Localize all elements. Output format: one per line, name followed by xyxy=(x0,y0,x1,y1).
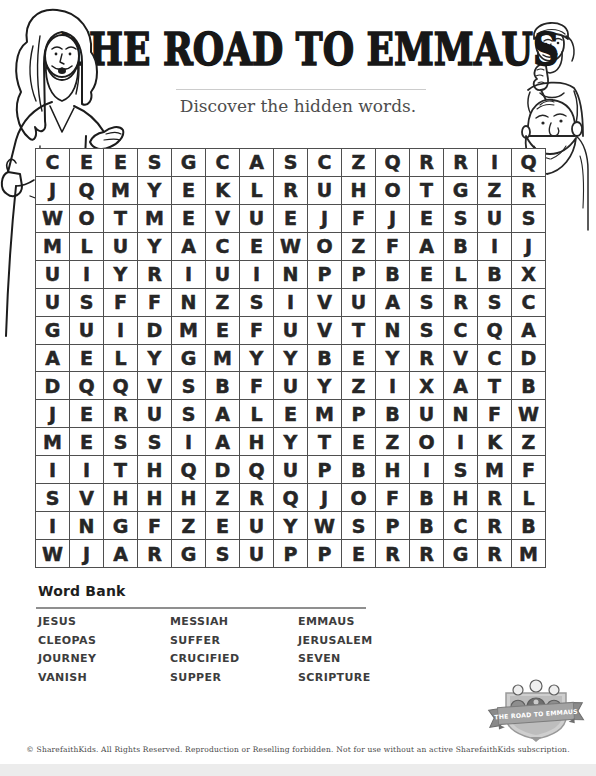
grid-cell[interactable]: U xyxy=(274,456,307,483)
subtitle-divider xyxy=(176,89,426,90)
grid-cell[interactable]: E xyxy=(274,400,307,427)
grid-cell[interactable]: U xyxy=(274,317,307,344)
grid-cell[interactable]: E xyxy=(70,428,103,455)
grid-cell[interactable]: R xyxy=(104,400,137,427)
grid-cell[interactable]: P xyxy=(342,261,375,288)
grid-cell[interactable]: L xyxy=(512,484,545,511)
grid-cell[interactable]: U xyxy=(410,400,443,427)
word-bank-item: EMMAUS xyxy=(298,616,373,629)
word-bank-item: SUFFER xyxy=(170,635,298,648)
grid-cell[interactable]: S xyxy=(512,205,545,232)
word-bank-item: JESUS xyxy=(38,616,170,629)
grid-cell[interactable]: F xyxy=(376,233,409,260)
word-bank-item: JOURNEY xyxy=(38,653,170,666)
grid-cell[interactable]: E xyxy=(240,233,273,260)
grid-cell[interactable]: R xyxy=(376,540,409,567)
grid-cell[interactable]: V xyxy=(308,289,341,316)
grid-cell[interactable]: I xyxy=(172,428,205,455)
jesus-left-hand xyxy=(2,172,22,196)
grid-cell[interactable]: Q xyxy=(376,149,409,176)
grid-cell[interactable]: H xyxy=(240,428,273,455)
grid-cell[interactable]: M xyxy=(206,345,239,372)
grid-cell[interactable]: Q xyxy=(70,177,103,204)
grid-cell[interactable]: W xyxy=(36,540,69,567)
grid-cell[interactable]: B xyxy=(206,372,239,399)
grid-cell[interactable]: B xyxy=(512,512,545,539)
grid-cell[interactable]: E xyxy=(172,205,205,232)
grid-cell[interactable]: C xyxy=(444,317,477,344)
grid-cell[interactable]: W xyxy=(36,205,69,232)
grid-cell[interactable]: V xyxy=(206,205,239,232)
worksheet-page: THE ROAD TO EMMAUS Discover the hidden w… xyxy=(0,0,596,776)
grid-cell[interactable]: R xyxy=(138,261,171,288)
grid-cell[interactable]: L xyxy=(240,400,273,427)
grid-cell[interactable]: E xyxy=(206,512,239,539)
grid-cell[interactable]: C xyxy=(36,149,69,176)
jesus-right-hand xyxy=(90,127,123,149)
grid-cell[interactable]: Z xyxy=(512,428,545,455)
grid-cell[interactable]: S xyxy=(138,149,171,176)
grid-cell[interactable]: Y xyxy=(104,261,137,288)
grid-cell[interactable]: B xyxy=(376,400,409,427)
grid-cell[interactable]: Z xyxy=(376,428,409,455)
grid-cell[interactable]: W xyxy=(274,233,307,260)
grid-cell[interactable]: L xyxy=(240,177,273,204)
grid-cell[interactable]: Q xyxy=(104,372,137,399)
grid-cell[interactable]: S xyxy=(70,289,103,316)
grid-cell[interactable]: J xyxy=(512,233,545,260)
grid-cell[interactable]: F xyxy=(240,372,273,399)
grid-cell[interactable]: U xyxy=(342,289,375,316)
grid-cell[interactable]: J xyxy=(308,205,341,232)
grid-cell[interactable]: A xyxy=(36,345,69,372)
grid-cell[interactable]: A xyxy=(206,428,239,455)
grid-cell[interactable]: D xyxy=(512,345,545,372)
grid-cell[interactable]: E xyxy=(342,428,375,455)
grid-cell[interactable]: U xyxy=(240,512,273,539)
grid-cell[interactable]: I xyxy=(376,372,409,399)
grid-cell[interactable]: B xyxy=(376,261,409,288)
grid-cell[interactable]: Q xyxy=(172,456,205,483)
grid-cell[interactable]: F xyxy=(376,484,409,511)
grid-cell[interactable]: S xyxy=(172,372,205,399)
grid-cell[interactable]: O xyxy=(410,428,443,455)
grid-cell[interactable]: P xyxy=(308,540,341,567)
grid-cell[interactable]: J xyxy=(70,540,103,567)
grid-cell[interactable]: P xyxy=(308,456,341,483)
grid-cell[interactable]: C xyxy=(478,345,511,372)
grid-cell[interactable]: S xyxy=(478,289,511,316)
grid-cell[interactable]: U xyxy=(478,205,511,232)
grid-cell[interactable]: A xyxy=(206,400,239,427)
word-bank-item: SCRIPTURE xyxy=(298,672,373,685)
grid-cell[interactable]: U xyxy=(70,317,103,344)
word-bank-item: JERUSALEM xyxy=(298,635,373,648)
grid-cell[interactable]: A xyxy=(376,289,409,316)
word-bank-column: MESSIAHSUFFERCRUCIFIEDSUPPER xyxy=(170,616,298,684)
grid-cell[interactable]: R xyxy=(478,540,511,567)
grid-cell[interactable]: Z xyxy=(172,512,205,539)
grid-cell[interactable]: U xyxy=(104,233,137,260)
grid-cell[interactable]: U xyxy=(206,261,239,288)
grid-cell[interactable]: J xyxy=(36,400,69,427)
word-bank-item: SEVEN xyxy=(298,653,373,666)
grid-cell[interactable]: E xyxy=(410,205,443,232)
grid-cell[interactable]: G xyxy=(444,540,477,567)
grid-cell[interactable]: G xyxy=(172,345,205,372)
grid-cell[interactable]: S xyxy=(36,484,69,511)
grid-cell[interactable]: S xyxy=(240,289,273,316)
grid-cell[interactable]: H xyxy=(444,484,477,511)
grid-cell[interactable]: Y xyxy=(308,372,341,399)
grid-cell[interactable]: O xyxy=(376,177,409,204)
grid-cell[interactable]: B xyxy=(410,484,443,511)
grid-cell[interactable]: R xyxy=(444,149,477,176)
grid-cell[interactable]: Y xyxy=(376,345,409,372)
sharefaith-badge: THE ROAD TO EMMAUS xyxy=(486,677,588,745)
grid-cell[interactable]: Y xyxy=(138,233,171,260)
grid-cell[interactable]: T xyxy=(410,177,443,204)
word-bank-item: CRUCIFIED xyxy=(170,653,298,666)
grid-cell[interactable]: K xyxy=(206,177,239,204)
grid-cell[interactable]: R xyxy=(478,512,511,539)
grid-cell[interactable]: E xyxy=(70,149,103,176)
grid-cell[interactable]: Y xyxy=(274,345,307,372)
grid-cell[interactable]: E xyxy=(104,149,137,176)
grid-cell[interactable]: O xyxy=(308,233,341,260)
grid-cell[interactable]: N xyxy=(444,400,477,427)
grid-cell[interactable]: S xyxy=(206,540,239,567)
grid-cell[interactable]: J xyxy=(376,205,409,232)
grid-cell[interactable]: V xyxy=(308,317,341,344)
footer-band xyxy=(0,764,596,776)
grid-cell[interactable]: F xyxy=(138,289,171,316)
grid-cell[interactable]: I xyxy=(444,428,477,455)
grid-cell[interactable]: I xyxy=(36,512,69,539)
grid-cell[interactable]: D xyxy=(206,456,239,483)
grid-cell[interactable]: H xyxy=(138,484,171,511)
grid-cell[interactable]: C xyxy=(444,512,477,539)
grid-cell[interactable]: T xyxy=(478,372,511,399)
grid-cell[interactable]: A xyxy=(104,540,137,567)
grid-cell[interactable]: R xyxy=(512,177,545,204)
grid-cell[interactable]: T xyxy=(104,205,137,232)
grid-cell[interactable]: M xyxy=(308,400,341,427)
grid-cell[interactable]: S xyxy=(410,289,443,316)
grid-cell[interactable]: E xyxy=(274,205,307,232)
grid-cell[interactable]: L xyxy=(70,233,103,260)
grid-cell[interactable]: I xyxy=(36,456,69,483)
grid-cell[interactable]: U xyxy=(240,205,273,232)
grid-cell[interactable]: G xyxy=(172,540,205,567)
grid-cell[interactable]: Q xyxy=(478,317,511,344)
grid-cell[interactable]: L xyxy=(104,345,137,372)
grid-cell[interactable]: N xyxy=(172,289,205,316)
grid-cell[interactable]: G xyxy=(36,317,69,344)
grid-cell[interactable]: R xyxy=(478,484,511,511)
word-bank-list: JESUSCLEOPASJOURNEYVANISHMESSIAHSUFFERCR… xyxy=(38,616,373,684)
grid-cell[interactable]: V xyxy=(444,345,477,372)
grid-cell[interactable]: X xyxy=(410,372,443,399)
grid-cell[interactable]: G xyxy=(444,177,477,204)
grid-cell[interactable]: S xyxy=(138,428,171,455)
grid-cell[interactable]: H xyxy=(138,456,171,483)
grid-cell[interactable]: L xyxy=(444,261,477,288)
grid-cell[interactable]: B xyxy=(478,261,511,288)
grid-cell[interactable]: Z xyxy=(206,484,239,511)
grid-cell[interactable]: R xyxy=(240,484,273,511)
grid-cell[interactable]: M xyxy=(36,428,69,455)
grid-cell[interactable]: B xyxy=(512,372,545,399)
grid-cell[interactable]: I xyxy=(172,261,205,288)
grid-cell[interactable]: M xyxy=(478,456,511,483)
grid-cell[interactable]: F xyxy=(240,317,273,344)
grid-cell[interactable]: M xyxy=(512,540,545,567)
grid-cell[interactable]: S xyxy=(410,317,443,344)
grid-cell[interactable]: Z xyxy=(342,149,375,176)
grid-cell[interactable]: E xyxy=(70,345,103,372)
grid-cell[interactable]: C xyxy=(206,149,239,176)
grid-cell[interactable]: R xyxy=(410,149,443,176)
word-bank-column: EMMAUSJERUSALEMSEVENSCRIPTURE xyxy=(298,616,373,684)
grid-cell[interactable]: J xyxy=(36,177,69,204)
grid-cell[interactable]: H xyxy=(104,484,137,511)
grid-cell[interactable]: S xyxy=(444,205,477,232)
grid-cell[interactable]: E xyxy=(342,540,375,567)
grid-cell[interactable]: B xyxy=(444,233,477,260)
grid-cell[interactable]: O xyxy=(70,205,103,232)
grid-cell[interactable]: Z xyxy=(206,289,239,316)
grid-cell[interactable]: Z xyxy=(478,177,511,204)
grid-cell[interactable]: I xyxy=(70,456,103,483)
grid-cell[interactable]: C xyxy=(512,289,545,316)
grid-cell[interactable]: E xyxy=(410,261,443,288)
grid-cell[interactable]: Y xyxy=(274,512,307,539)
grid-cell[interactable]: P xyxy=(376,512,409,539)
word-bank-divider xyxy=(36,607,366,609)
grid-cell[interactable]: N xyxy=(274,261,307,288)
grid-cell[interactable]: I xyxy=(104,317,137,344)
grid-cell[interactable]: S xyxy=(444,456,477,483)
grid-cell[interactable]: S xyxy=(104,428,137,455)
word-bank-item: MESSIAH xyxy=(170,616,298,629)
grid-cell[interactable]: T xyxy=(342,317,375,344)
grid-cell[interactable]: I xyxy=(410,456,443,483)
grid-cell[interactable]: P xyxy=(274,540,307,567)
grid-cell[interactable]: F xyxy=(138,512,171,539)
grid-cell[interactable]: I xyxy=(274,289,307,316)
grid-cell[interactable]: Q xyxy=(274,484,307,511)
grid-cell[interactable]: W xyxy=(308,512,341,539)
grid-cell[interactable]: S xyxy=(342,512,375,539)
grid-cell[interactable]: R xyxy=(138,540,171,567)
grid-cell[interactable]: A xyxy=(512,317,545,344)
grid-cell[interactable]: R xyxy=(410,540,443,567)
grid-cell[interactable]: M xyxy=(138,205,171,232)
grid-cell[interactable]: F xyxy=(104,289,137,316)
grid-cell[interactable]: M xyxy=(36,233,69,260)
grid-cell[interactable]: N xyxy=(70,512,103,539)
grid-cell[interactable]: V xyxy=(138,372,171,399)
grid-cell[interactable]: U xyxy=(308,177,341,204)
footer-text: © SharefaithKids. All Rights Reserved. R… xyxy=(0,745,596,754)
word-bank-column: JESUSCLEOPASJOURNEYVANISH xyxy=(38,616,170,684)
grid-cell[interactable]: H xyxy=(172,484,205,511)
word-bank-item: CLEOPAS xyxy=(38,635,170,648)
grid-cell[interactable]: R xyxy=(410,345,443,372)
grid-cell[interactable]: Z xyxy=(342,372,375,399)
grid-cell[interactable]: Y xyxy=(138,177,171,204)
grid-cell[interactable]: M xyxy=(172,317,205,344)
word-search-grid: CEESGCASCZQRRIQJQMYEKLRUHOTGZRWOTMEVUEJF… xyxy=(35,148,546,568)
grid-cell[interactable]: Y xyxy=(138,345,171,372)
grid-cell[interactable]: E xyxy=(206,317,239,344)
grid-cell[interactable]: Z xyxy=(342,233,375,260)
grid-cell[interactable]: U xyxy=(138,400,171,427)
grid-cell[interactable]: O xyxy=(342,484,375,511)
grid-cell[interactable]: X xyxy=(512,261,545,288)
grid-cell[interactable]: F xyxy=(342,205,375,232)
grid-cell[interactable]: U xyxy=(240,540,273,567)
grid-cell[interactable]: S xyxy=(274,149,307,176)
grid-cell[interactable]: S xyxy=(172,400,205,427)
word-bank-item: VANISH xyxy=(38,672,170,685)
grid-cell[interactable]: R xyxy=(444,289,477,316)
grid-cell[interactable]: A xyxy=(444,372,477,399)
grid-cell[interactable]: W xyxy=(512,400,545,427)
grid-cell[interactable]: I xyxy=(478,233,511,260)
grid-cell[interactable]: G xyxy=(104,512,137,539)
grid-cell[interactable]: E xyxy=(172,177,205,204)
grid-cell[interactable]: A xyxy=(240,149,273,176)
grid-cell[interactable]: R xyxy=(274,177,307,204)
grid-cell[interactable]: C xyxy=(308,149,341,176)
grid-cell[interactable]: M xyxy=(104,177,137,204)
grid-cell[interactable]: I xyxy=(70,261,103,288)
grid-cell[interactable]: H xyxy=(342,177,375,204)
grid-cell[interactable]: A xyxy=(410,233,443,260)
grid-cell[interactable]: P xyxy=(308,261,341,288)
grid-cell[interactable]: F xyxy=(478,400,511,427)
grid-cell[interactable]: Y xyxy=(240,345,273,372)
grid-cell[interactable]: I xyxy=(240,261,273,288)
grid-cell[interactable]: C xyxy=(206,233,239,260)
grid-cell[interactable]: T xyxy=(104,456,137,483)
grid-cell[interactable]: H xyxy=(376,456,409,483)
grid-cell[interactable]: B xyxy=(342,456,375,483)
grid-cell[interactable]: K xyxy=(478,428,511,455)
grid-cell[interactable]: U xyxy=(274,372,307,399)
grid-cell[interactable]: D xyxy=(138,317,171,344)
word-bank-heading: Word Bank xyxy=(38,583,126,599)
grid-cell[interactable]: G xyxy=(172,149,205,176)
grid-cell[interactable]: Q xyxy=(512,149,545,176)
grid-cell[interactable]: Y xyxy=(274,428,307,455)
grid-cell[interactable]: Q xyxy=(240,456,273,483)
grid-cell[interactable]: P xyxy=(342,400,375,427)
grid-cell[interactable]: V xyxy=(70,484,103,511)
grid-cell[interactable]: U xyxy=(36,289,69,316)
grid-cell[interactable]: B xyxy=(410,512,443,539)
grid-cell[interactable]: E xyxy=(342,345,375,372)
grid-cell[interactable]: A xyxy=(172,233,205,260)
grid-cell[interactable]: Q xyxy=(70,372,103,399)
grid-cell[interactable]: T xyxy=(308,428,341,455)
grid-cell[interactable]: B xyxy=(308,345,341,372)
grid-cell[interactable]: U xyxy=(36,261,69,288)
word-bank-item: SUPPER xyxy=(170,672,298,685)
grid-cell[interactable]: I xyxy=(478,149,511,176)
grid-cell[interactable]: E xyxy=(70,400,103,427)
grid-cell[interactable]: J xyxy=(308,484,341,511)
grid-cell[interactable]: D xyxy=(36,372,69,399)
grid-cell[interactable]: F xyxy=(512,456,545,483)
grid-cell[interactable]: N xyxy=(376,317,409,344)
